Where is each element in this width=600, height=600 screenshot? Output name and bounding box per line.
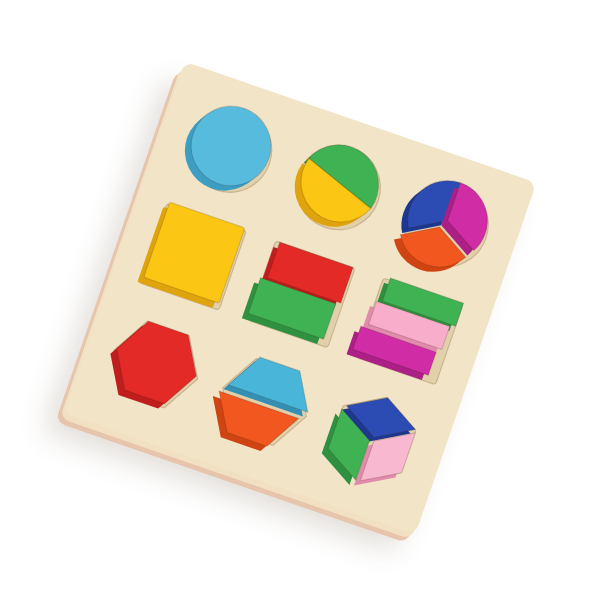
piece-circle-blue	[180, 95, 281, 196]
photo-background	[0, 0, 600, 600]
puzzle-board	[64, 62, 537, 535]
piece-hexagon-red	[105, 315, 208, 411]
